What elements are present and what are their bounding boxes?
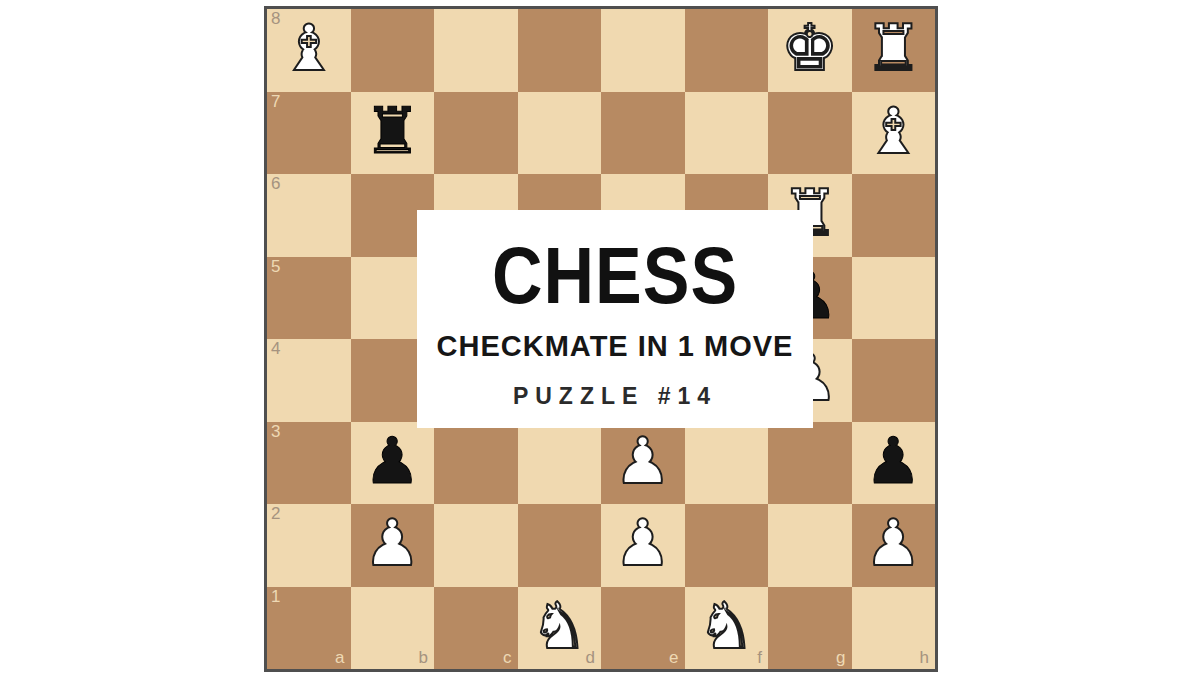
black-pawn-b3: ♟ [364, 429, 421, 493]
square-h5 [852, 257, 936, 340]
square-c1: c [434, 587, 518, 670]
rank-label-1: 1 [271, 588, 280, 607]
white-rook-h8: ♜ [865, 16, 922, 80]
file-label-c: c [503, 649, 512, 668]
card-subtitle: CHECKMATE IN 1 MOVE [437, 331, 794, 361]
square-d1: d♞ [518, 587, 602, 670]
puzzle-title-card: CHESS CHECKMATE IN 1 MOVE PUZZLE #14 [417, 210, 813, 428]
square-a4: 4 [267, 339, 351, 422]
square-d2 [518, 504, 602, 587]
square-c3 [434, 422, 518, 505]
square-e3: ♟ [601, 422, 685, 505]
square-f2 [685, 504, 769, 587]
square-a7: 7 [267, 92, 351, 175]
white-pawn-b2: ♟ [364, 511, 421, 575]
rank-label-7: 7 [271, 93, 280, 112]
square-c2 [434, 504, 518, 587]
square-g7 [768, 92, 852, 175]
square-g3 [768, 422, 852, 505]
square-g2 [768, 504, 852, 587]
square-d8 [518, 9, 602, 92]
file-label-h: h [920, 649, 929, 668]
square-b8 [351, 9, 435, 92]
white-bishop-a8: ♝ [280, 16, 337, 80]
square-h1: h [852, 587, 936, 670]
square-h4 [852, 339, 936, 422]
square-a8: 8♝ [267, 9, 351, 92]
square-f3 [685, 422, 769, 505]
white-pawn-e3: ♟ [614, 429, 671, 493]
rank-label-8: 8 [271, 10, 280, 29]
white-king-g8: ♚ [781, 16, 838, 80]
square-c7 [434, 92, 518, 175]
square-h8: ♜ [852, 9, 936, 92]
black-rook-b7: ♜ [364, 99, 421, 163]
square-a2: 2 [267, 504, 351, 587]
square-g8: ♚ [768, 9, 852, 92]
file-label-g: g [836, 649, 845, 668]
file-label-a: a [335, 649, 344, 668]
square-b7: ♜ [351, 92, 435, 175]
square-b2: ♟ [351, 504, 435, 587]
white-knight-f1: ♞ [698, 594, 755, 658]
white-bishop-h7: ♝ [865, 99, 922, 163]
square-h6 [852, 174, 936, 257]
square-b1: b [351, 587, 435, 670]
square-e1: e [601, 587, 685, 670]
white-pawn-h2: ♟ [865, 511, 922, 575]
white-knight-d1: ♞ [531, 594, 588, 658]
rank-label-5: 5 [271, 258, 280, 277]
square-a5: 5 [267, 257, 351, 340]
square-a6: 6 [267, 174, 351, 257]
square-h2: ♟ [852, 504, 936, 587]
square-f8 [685, 9, 769, 92]
square-g1: g [768, 587, 852, 670]
card-puzzle-number: PUZZLE #14 [513, 383, 717, 409]
square-b3: ♟ [351, 422, 435, 505]
square-d3 [518, 422, 602, 505]
square-h3: ♟ [852, 422, 936, 505]
square-e7 [601, 92, 685, 175]
square-f1: f♞ [685, 587, 769, 670]
square-a3: 3 [267, 422, 351, 505]
rank-label-3: 3 [271, 423, 280, 442]
file-label-e: e [669, 649, 678, 668]
white-pawn-e2: ♟ [614, 511, 671, 575]
rank-label-4: 4 [271, 340, 280, 359]
square-a1: 1a [267, 587, 351, 670]
square-e8 [601, 9, 685, 92]
card-title: CHESS [492, 229, 738, 321]
black-pawn-h3: ♟ [865, 429, 922, 493]
file-label-f: f [757, 649, 762, 668]
rank-label-2: 2 [271, 505, 280, 524]
rank-label-6: 6 [271, 175, 280, 194]
square-c8 [434, 9, 518, 92]
square-e2: ♟ [601, 504, 685, 587]
square-h7: ♝ [852, 92, 936, 175]
square-f7 [685, 92, 769, 175]
file-label-b: b [419, 649, 428, 668]
square-d7 [518, 92, 602, 175]
